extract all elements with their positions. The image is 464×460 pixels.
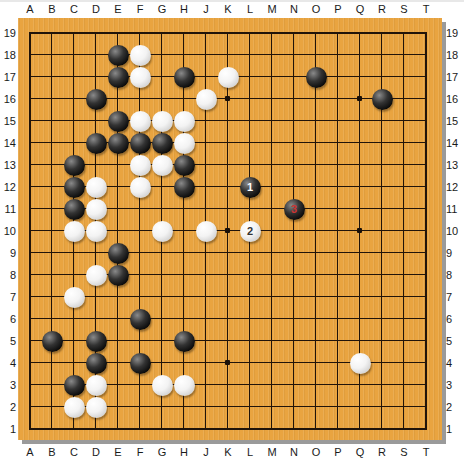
- intersection[interactable]: [239, 66, 261, 88]
- intersection[interactable]: [63, 330, 85, 352]
- intersection[interactable]: [283, 22, 305, 44]
- intersection[interactable]: [85, 154, 107, 176]
- intersection[interactable]: [239, 242, 261, 264]
- intersection[interactable]: [217, 308, 239, 330]
- intersection[interactable]: [415, 132, 437, 154]
- intersection[interactable]: [415, 44, 437, 66]
- intersection[interactable]: [41, 374, 63, 396]
- intersection[interactable]: [327, 176, 349, 198]
- intersection[interactable]: [85, 176, 107, 198]
- intersection[interactable]: [129, 220, 151, 242]
- intersection[interactable]: [283, 308, 305, 330]
- intersection[interactable]: [63, 308, 85, 330]
- intersection[interactable]: [371, 352, 393, 374]
- intersection[interactable]: [371, 330, 393, 352]
- intersection[interactable]: [173, 330, 195, 352]
- intersection[interactable]: [415, 242, 437, 264]
- intersection[interactable]: [217, 264, 239, 286]
- intersection[interactable]: [305, 220, 327, 242]
- intersection[interactable]: [129, 154, 151, 176]
- intersection[interactable]: [393, 154, 415, 176]
- intersection[interactable]: [371, 66, 393, 88]
- intersection[interactable]: [107, 198, 129, 220]
- intersection[interactable]: [129, 242, 151, 264]
- intersection[interactable]: [151, 66, 173, 88]
- intersection[interactable]: [327, 330, 349, 352]
- intersection[interactable]: [393, 374, 415, 396]
- intersection[interactable]: [305, 66, 327, 88]
- intersection[interactable]: [327, 110, 349, 132]
- intersection[interactable]: [349, 396, 371, 418]
- intersection[interactable]: [151, 396, 173, 418]
- intersection[interactable]: [217, 88, 239, 110]
- intersection[interactable]: [393, 176, 415, 198]
- intersection[interactable]: [173, 352, 195, 374]
- intersection[interactable]: [305, 154, 327, 176]
- intersection[interactable]: [19, 286, 41, 308]
- intersection[interactable]: [393, 44, 415, 66]
- intersection[interactable]: [261, 264, 283, 286]
- intersection[interactable]: [151, 330, 173, 352]
- intersection[interactable]: [327, 286, 349, 308]
- intersection[interactable]: [85, 418, 107, 440]
- intersection[interactable]: [239, 330, 261, 352]
- intersection[interactable]: [41, 44, 63, 66]
- intersection[interactable]: [371, 88, 393, 110]
- intersection[interactable]: [41, 132, 63, 154]
- intersection[interactable]: [217, 220, 239, 242]
- intersection[interactable]: [415, 220, 437, 242]
- intersection[interactable]: [173, 176, 195, 198]
- intersection[interactable]: [393, 308, 415, 330]
- intersection[interactable]: [19, 198, 41, 220]
- intersection[interactable]: [393, 352, 415, 374]
- intersection[interactable]: [85, 396, 107, 418]
- intersection[interactable]: [41, 198, 63, 220]
- intersection[interactable]: [261, 198, 283, 220]
- intersection[interactable]: [107, 154, 129, 176]
- intersection[interactable]: [349, 110, 371, 132]
- intersection[interactable]: [393, 396, 415, 418]
- intersection[interactable]: [19, 330, 41, 352]
- intersection[interactable]: [63, 88, 85, 110]
- intersection[interactable]: [195, 88, 217, 110]
- intersection[interactable]: [85, 286, 107, 308]
- intersection[interactable]: [305, 308, 327, 330]
- intersection[interactable]: [41, 22, 63, 44]
- intersection[interactable]: [415, 330, 437, 352]
- intersection[interactable]: [283, 264, 305, 286]
- intersection[interactable]: [393, 66, 415, 88]
- intersection[interactable]: [371, 220, 393, 242]
- intersection[interactable]: [349, 418, 371, 440]
- intersection[interactable]: [129, 308, 151, 330]
- intersection[interactable]: [173, 132, 195, 154]
- intersection[interactable]: [349, 44, 371, 66]
- intersection[interactable]: [41, 330, 63, 352]
- intersection[interactable]: [217, 110, 239, 132]
- intersection[interactable]: [41, 418, 63, 440]
- intersection[interactable]: [305, 176, 327, 198]
- intersection[interactable]: [107, 396, 129, 418]
- intersection[interactable]: [107, 374, 129, 396]
- intersection[interactable]: [41, 110, 63, 132]
- intersection[interactable]: [41, 264, 63, 286]
- intersection[interactable]: [173, 242, 195, 264]
- intersection[interactable]: [129, 88, 151, 110]
- intersection[interactable]: [19, 22, 41, 44]
- intersection[interactable]: [151, 22, 173, 44]
- intersection[interactable]: [107, 176, 129, 198]
- intersection[interactable]: [261, 242, 283, 264]
- intersection[interactable]: [195, 110, 217, 132]
- intersection[interactable]: [217, 44, 239, 66]
- intersection[interactable]: [349, 242, 371, 264]
- intersection[interactable]: [195, 330, 217, 352]
- intersection[interactable]: [19, 308, 41, 330]
- intersection[interactable]: [129, 352, 151, 374]
- intersection[interactable]: [41, 242, 63, 264]
- intersection[interactable]: [327, 352, 349, 374]
- intersection[interactable]: [393, 286, 415, 308]
- intersection[interactable]: [327, 264, 349, 286]
- intersection[interactable]: [173, 418, 195, 440]
- intersection[interactable]: [217, 374, 239, 396]
- intersection[interactable]: [85, 198, 107, 220]
- intersection[interactable]: [19, 242, 41, 264]
- intersection[interactable]: [63, 198, 85, 220]
- intersection[interactable]: [129, 286, 151, 308]
- intersection[interactable]: [349, 154, 371, 176]
- intersection[interactable]: [173, 286, 195, 308]
- intersection[interactable]: [151, 132, 173, 154]
- intersection[interactable]: [305, 198, 327, 220]
- intersection[interactable]: [327, 154, 349, 176]
- intersection[interactable]: [19, 396, 41, 418]
- intersection[interactable]: [283, 374, 305, 396]
- intersection[interactable]: [151, 374, 173, 396]
- intersection[interactable]: [173, 22, 195, 44]
- intersection[interactable]: [327, 132, 349, 154]
- intersection[interactable]: [173, 308, 195, 330]
- intersection[interactable]: [261, 220, 283, 242]
- intersection[interactable]: [85, 308, 107, 330]
- intersection[interactable]: [327, 396, 349, 418]
- intersection[interactable]: [19, 220, 41, 242]
- intersection[interactable]: [41, 176, 63, 198]
- intersection[interactable]: [415, 22, 437, 44]
- intersection[interactable]: [305, 110, 327, 132]
- intersection[interactable]: [261, 396, 283, 418]
- intersection[interactable]: [305, 286, 327, 308]
- intersection[interactable]: [217, 352, 239, 374]
- intersection[interactable]: [107, 44, 129, 66]
- intersection[interactable]: [393, 110, 415, 132]
- intersection[interactable]: [393, 418, 415, 440]
- intersection[interactable]: [393, 330, 415, 352]
- intersection[interactable]: [393, 264, 415, 286]
- intersection[interactable]: [305, 418, 327, 440]
- intersection[interactable]: 2: [239, 220, 261, 242]
- intersection[interactable]: [283, 88, 305, 110]
- intersection[interactable]: [371, 396, 393, 418]
- intersection[interactable]: [195, 220, 217, 242]
- intersection[interactable]: [63, 176, 85, 198]
- intersection[interactable]: [305, 132, 327, 154]
- intersection[interactable]: [327, 308, 349, 330]
- intersection[interactable]: [217, 132, 239, 154]
- intersection[interactable]: [63, 396, 85, 418]
- intersection[interactable]: [393, 198, 415, 220]
- intersection[interactable]: [41, 352, 63, 374]
- intersection[interactable]: [19, 88, 41, 110]
- intersection[interactable]: [239, 264, 261, 286]
- intersection[interactable]: [327, 242, 349, 264]
- intersection[interactable]: [107, 132, 129, 154]
- intersection[interactable]: [327, 220, 349, 242]
- intersection[interactable]: [151, 220, 173, 242]
- intersection[interactable]: [239, 110, 261, 132]
- intersection[interactable]: [283, 396, 305, 418]
- intersection[interactable]: [151, 418, 173, 440]
- intersection[interactable]: [19, 374, 41, 396]
- intersection[interactable]: [107, 66, 129, 88]
- intersection[interactable]: [63, 418, 85, 440]
- intersection[interactable]: [129, 418, 151, 440]
- intersection[interactable]: [85, 88, 107, 110]
- intersection[interactable]: [63, 44, 85, 66]
- intersection[interactable]: [327, 44, 349, 66]
- intersection[interactable]: [239, 308, 261, 330]
- intersection[interactable]: [19, 132, 41, 154]
- intersection[interactable]: [283, 352, 305, 374]
- intersection[interactable]: [283, 176, 305, 198]
- intersection[interactable]: [63, 242, 85, 264]
- intersection[interactable]: [217, 176, 239, 198]
- intersection[interactable]: [283, 66, 305, 88]
- intersection[interactable]: [129, 22, 151, 44]
- intersection[interactable]: [85, 44, 107, 66]
- intersection[interactable]: [107, 22, 129, 44]
- intersection[interactable]: [371, 418, 393, 440]
- intersection[interactable]: [129, 374, 151, 396]
- intersection[interactable]: [349, 330, 371, 352]
- intersection[interactable]: [19, 66, 41, 88]
- intersection[interactable]: [415, 176, 437, 198]
- intersection[interactable]: [261, 22, 283, 44]
- intersection[interactable]: [195, 44, 217, 66]
- intersection[interactable]: [63, 154, 85, 176]
- intersection[interactable]: [371, 264, 393, 286]
- intersection[interactable]: [173, 154, 195, 176]
- intersection[interactable]: [107, 286, 129, 308]
- intersection[interactable]: [19, 110, 41, 132]
- intersection[interactable]: [63, 286, 85, 308]
- intersection[interactable]: [85, 242, 107, 264]
- intersection[interactable]: [261, 44, 283, 66]
- intersection[interactable]: [217, 330, 239, 352]
- intersection[interactable]: [415, 308, 437, 330]
- intersection[interactable]: [85, 374, 107, 396]
- intersection[interactable]: [305, 264, 327, 286]
- intersection[interactable]: [239, 44, 261, 66]
- intersection[interactable]: [261, 110, 283, 132]
- intersection[interactable]: [415, 352, 437, 374]
- intersection[interactable]: [393, 88, 415, 110]
- intersection[interactable]: [85, 66, 107, 88]
- intersection[interactable]: [195, 264, 217, 286]
- intersection[interactable]: [393, 220, 415, 242]
- intersection[interactable]: [415, 66, 437, 88]
- intersection[interactable]: [107, 88, 129, 110]
- intersection[interactable]: [239, 374, 261, 396]
- intersection[interactable]: [19, 44, 41, 66]
- intersection[interactable]: [63, 22, 85, 44]
- intersection[interactable]: [415, 374, 437, 396]
- intersection[interactable]: [107, 242, 129, 264]
- intersection[interactable]: [239, 198, 261, 220]
- intersection[interactable]: [173, 110, 195, 132]
- intersection[interactable]: [371, 198, 393, 220]
- intersection[interactable]: [283, 286, 305, 308]
- intersection[interactable]: [19, 352, 41, 374]
- intersection[interactable]: [415, 198, 437, 220]
- intersection[interactable]: [151, 110, 173, 132]
- intersection[interactable]: [173, 220, 195, 242]
- intersection[interactable]: [195, 22, 217, 44]
- intersection[interactable]: [151, 44, 173, 66]
- intersection[interactable]: [195, 242, 217, 264]
- intersection[interactable]: [415, 396, 437, 418]
- intersection[interactable]: [283, 330, 305, 352]
- intersection[interactable]: [63, 374, 85, 396]
- intersection[interactable]: [151, 286, 173, 308]
- intersection[interactable]: [415, 418, 437, 440]
- intersection[interactable]: 3: [283, 198, 305, 220]
- intersection[interactable]: [151, 198, 173, 220]
- intersection[interactable]: [151, 88, 173, 110]
- intersection[interactable]: [107, 220, 129, 242]
- intersection[interactable]: [41, 88, 63, 110]
- intersection[interactable]: [107, 308, 129, 330]
- intersection[interactable]: [195, 352, 217, 374]
- intersection[interactable]: [107, 418, 129, 440]
- intersection[interactable]: [217, 418, 239, 440]
- intersection[interactable]: [283, 220, 305, 242]
- intersection[interactable]: [371, 132, 393, 154]
- intersection[interactable]: [239, 132, 261, 154]
- intersection[interactable]: [63, 352, 85, 374]
- intersection[interactable]: [349, 176, 371, 198]
- intersection[interactable]: [283, 132, 305, 154]
- intersection[interactable]: [19, 264, 41, 286]
- intersection[interactable]: [415, 110, 437, 132]
- intersection[interactable]: [19, 418, 41, 440]
- intersection[interactable]: [41, 396, 63, 418]
- intersection[interactable]: [217, 154, 239, 176]
- intersection[interactable]: [349, 22, 371, 44]
- intersection[interactable]: [151, 176, 173, 198]
- intersection[interactable]: [173, 88, 195, 110]
- intersection[interactable]: [261, 88, 283, 110]
- intersection[interactable]: [195, 66, 217, 88]
- intersection[interactable]: [151, 264, 173, 286]
- intersection[interactable]: [349, 198, 371, 220]
- intersection[interactable]: [85, 330, 107, 352]
- intersection[interactable]: [217, 198, 239, 220]
- intersection[interactable]: [283, 110, 305, 132]
- intersection[interactable]: [195, 132, 217, 154]
- intersection[interactable]: [415, 88, 437, 110]
- intersection[interactable]: [327, 88, 349, 110]
- intersection[interactable]: [371, 242, 393, 264]
- intersection[interactable]: [371, 176, 393, 198]
- intersection[interactable]: [305, 352, 327, 374]
- intersection[interactable]: [129, 176, 151, 198]
- intersection[interactable]: [85, 220, 107, 242]
- intersection[interactable]: [41, 308, 63, 330]
- intersection[interactable]: [195, 286, 217, 308]
- intersection[interactable]: [393, 242, 415, 264]
- intersection[interactable]: [63, 110, 85, 132]
- intersection[interactable]: [195, 374, 217, 396]
- intersection[interactable]: [129, 198, 151, 220]
- intersection[interactable]: [261, 154, 283, 176]
- intersection[interactable]: [305, 22, 327, 44]
- intersection[interactable]: [349, 264, 371, 286]
- intersection[interactable]: [195, 308, 217, 330]
- intersection[interactable]: [349, 88, 371, 110]
- intersection[interactable]: [173, 66, 195, 88]
- intersection[interactable]: [217, 396, 239, 418]
- intersection[interactable]: [107, 264, 129, 286]
- intersection[interactable]: [151, 242, 173, 264]
- intersection[interactable]: [349, 374, 371, 396]
- intersection[interactable]: [19, 154, 41, 176]
- intersection[interactable]: [349, 308, 371, 330]
- intersection[interactable]: [107, 110, 129, 132]
- intersection[interactable]: [195, 418, 217, 440]
- intersection[interactable]: [129, 110, 151, 132]
- intersection[interactable]: [261, 352, 283, 374]
- intersection[interactable]: [283, 44, 305, 66]
- intersection[interactable]: [415, 286, 437, 308]
- intersection[interactable]: [415, 154, 437, 176]
- intersection[interactable]: [129, 396, 151, 418]
- intersection[interactable]: [129, 264, 151, 286]
- intersection[interactable]: [85, 110, 107, 132]
- intersection[interactable]: [327, 198, 349, 220]
- intersection[interactable]: [151, 352, 173, 374]
- intersection[interactable]: [85, 352, 107, 374]
- intersection[interactable]: [415, 264, 437, 286]
- intersection[interactable]: [261, 286, 283, 308]
- intersection[interactable]: [239, 286, 261, 308]
- intersection[interactable]: [371, 154, 393, 176]
- intersection[interactable]: [349, 66, 371, 88]
- intersection[interactable]: [239, 352, 261, 374]
- intersection[interactable]: [283, 154, 305, 176]
- intersection[interactable]: [19, 176, 41, 198]
- intersection[interactable]: [151, 154, 173, 176]
- intersection[interactable]: [107, 352, 129, 374]
- intersection[interactable]: [195, 154, 217, 176]
- intersection[interactable]: [41, 154, 63, 176]
- intersection[interactable]: [173, 396, 195, 418]
- intersection[interactable]: [63, 66, 85, 88]
- intersection[interactable]: [349, 352, 371, 374]
- intersection[interactable]: [195, 198, 217, 220]
